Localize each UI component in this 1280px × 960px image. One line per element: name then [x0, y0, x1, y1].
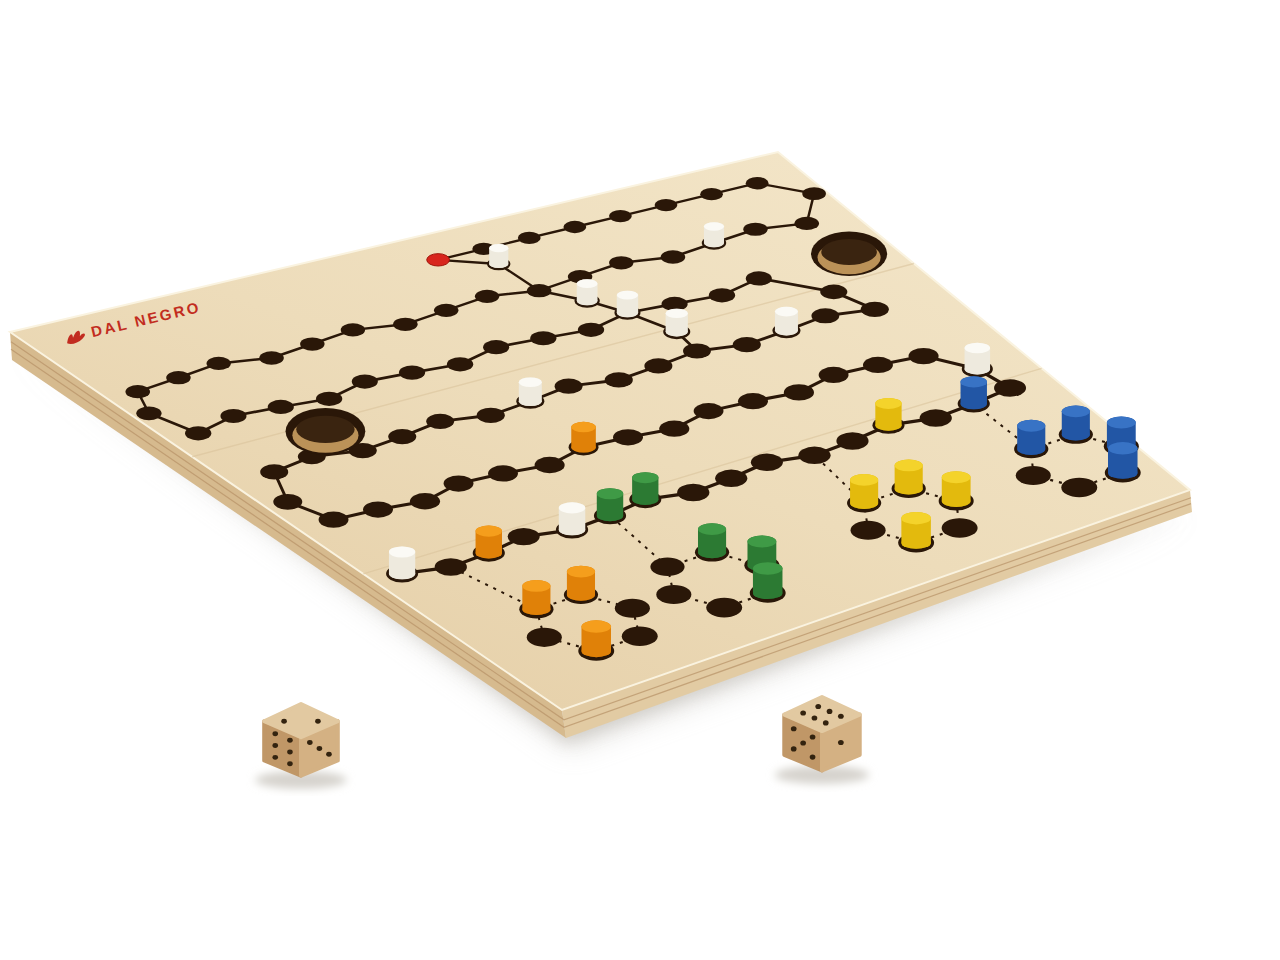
track-hole[interactable] — [709, 288, 735, 302]
peg-white-barricade[interactable] — [577, 279, 598, 305]
track-hole[interactable] — [435, 558, 467, 576]
die-pip — [317, 746, 323, 751]
die-pip — [281, 719, 287, 724]
die-pip — [287, 761, 293, 766]
track-hole[interactable] — [909, 348, 939, 364]
track-hole[interactable] — [316, 392, 342, 406]
blue-home-hole[interactable] — [1061, 478, 1097, 498]
peg-white-barricade[interactable] — [489, 244, 508, 268]
peg-blue[interactable] — [961, 376, 987, 409]
track-hole[interactable] — [743, 223, 767, 236]
peg-yellow[interactable] — [895, 460, 923, 495]
track-hole[interactable] — [535, 457, 565, 473]
track-hole[interactable] — [677, 484, 709, 502]
die-pip — [287, 750, 293, 755]
track-hole[interactable] — [426, 414, 454, 429]
track-hole[interactable] — [861, 302, 889, 317]
finger-hole — [286, 408, 366, 455]
track-hole[interactable] — [434, 304, 458, 317]
die-pip — [326, 752, 332, 757]
track-hole[interactable] — [715, 470, 747, 487]
peg-yellow[interactable] — [850, 474, 878, 509]
die-pip — [827, 709, 833, 714]
track-hole[interactable] — [488, 465, 518, 481]
track-hole[interactable] — [811, 308, 839, 323]
track-hole[interactable] — [444, 475, 474, 491]
track-hole[interactable] — [563, 221, 586, 233]
peg-yellow[interactable] — [942, 471, 971, 507]
track-hole[interactable] — [661, 250, 686, 263]
peg-white-barricade[interactable] — [666, 309, 688, 337]
die-pip — [272, 731, 278, 736]
track-hole[interactable] — [733, 337, 761, 352]
die-pip — [800, 710, 806, 715]
track-hole[interactable] — [268, 400, 294, 414]
track-hole[interactable] — [166, 371, 190, 384]
die-pip — [315, 719, 321, 724]
track-hole[interactable] — [920, 409, 952, 427]
track-hole[interactable] — [527, 284, 552, 297]
green-home-hole[interactable] — [650, 557, 684, 576]
track-hole[interactable] — [475, 290, 499, 303]
right-die[interactable] — [775, 697, 869, 784]
track-hole[interactable] — [802, 187, 826, 200]
track-hole[interactable] — [477, 408, 505, 423]
orange-home-hole[interactable] — [622, 626, 658, 646]
track-hole[interactable] — [508, 528, 540, 545]
track-hole[interactable] — [994, 379, 1026, 396]
track-hole[interactable] — [694, 403, 724, 419]
peg-white-barricade[interactable] — [965, 343, 991, 375]
track-hole[interactable] — [341, 323, 365, 336]
track-hole[interactable] — [399, 366, 425, 380]
track-hole[interactable] — [655, 199, 678, 211]
track-hole[interactable] — [794, 217, 819, 230]
track-hole[interactable] — [578, 323, 604, 337]
track-hole[interactable] — [125, 385, 150, 398]
peg-white-barricade[interactable] — [559, 502, 585, 535]
green-home-hole[interactable] — [706, 598, 742, 618]
die-pip — [838, 740, 844, 745]
product-photo-scene: DAL NEGRO — [0, 0, 1280, 960]
die-pip — [810, 755, 816, 760]
die-pip — [800, 740, 806, 745]
goal-hole-red[interactable] — [427, 254, 450, 266]
track-hole[interactable] — [352, 375, 378, 389]
track-hole[interactable] — [605, 372, 633, 387]
track-hole[interactable] — [483, 340, 509, 354]
board-photo-svg: DAL NEGRO — [0, 0, 1280, 960]
die-pip — [272, 743, 278, 748]
peg-white-barricade[interactable] — [519, 377, 542, 406]
left-die[interactable] — [255, 704, 347, 789]
track-hole[interactable] — [273, 494, 302, 510]
die-pip — [307, 740, 313, 745]
track-hole[interactable] — [751, 454, 783, 471]
track-hole[interactable] — [746, 271, 772, 285]
track-hole[interactable] — [530, 331, 556, 345]
die-pip — [823, 720, 829, 725]
track-hole[interactable] — [609, 256, 633, 269]
peg-orange[interactable] — [476, 526, 502, 559]
track-hole[interactable] — [784, 384, 814, 400]
peg-green[interactable] — [753, 562, 783, 599]
peg-green[interactable] — [698, 523, 726, 558]
track-hole[interactable] — [683, 343, 711, 358]
peg-yellow[interactable] — [901, 512, 931, 549]
orange-home-hole[interactable] — [615, 599, 650, 618]
track-hole[interactable] — [700, 188, 723, 200]
track-hole[interactable] — [447, 357, 473, 371]
peg-blue[interactable] — [1017, 420, 1045, 455]
peg-green[interactable] — [632, 472, 658, 505]
track-hole[interactable] — [300, 337, 324, 350]
peg-white-barricade[interactable] — [389, 546, 415, 579]
die-pip — [838, 714, 844, 719]
track-hole[interactable] — [659, 421, 689, 437]
track-hole[interactable] — [185, 426, 211, 440]
yellow-home-hole[interactable] — [851, 521, 886, 540]
track-hole[interactable] — [319, 512, 349, 528]
track-hole[interactable] — [863, 357, 893, 373]
die-pip — [815, 704, 821, 709]
peg-white-barricade[interactable] — [704, 222, 724, 247]
track-hole[interactable] — [798, 447, 830, 465]
track-hole[interactable] — [820, 284, 847, 299]
track-hole[interactable] — [207, 357, 231, 370]
track-hole[interactable] — [836, 432, 868, 449]
finger-hole — [811, 231, 887, 276]
track-hole[interactable] — [518, 232, 541, 244]
track-hole[interactable] — [388, 429, 416, 444]
die-pip — [272, 755, 278, 760]
die-pip — [791, 746, 797, 751]
die-pip — [791, 726, 797, 731]
green-home-hole[interactable] — [656, 585, 691, 604]
peg-orange[interactable] — [522, 580, 550, 615]
track-hole[interactable] — [393, 318, 418, 331]
track-hole[interactable] — [259, 351, 284, 364]
track-hole[interactable] — [644, 358, 672, 373]
peg-white-barricade[interactable] — [775, 307, 798, 336]
track-hole[interactable] — [609, 210, 632, 222]
die-pip — [810, 734, 816, 739]
peg-yellow[interactable] — [875, 398, 901, 431]
peg-green[interactable] — [597, 488, 623, 521]
yellow-home-hole[interactable] — [942, 518, 978, 538]
track-hole[interactable] — [613, 429, 643, 445]
track-hole[interactable] — [136, 406, 161, 420]
peg-blue[interactable] — [1108, 442, 1138, 479]
peg-orange[interactable] — [567, 566, 595, 601]
peg-orange[interactable] — [571, 422, 596, 453]
blue-home-hole[interactable] — [1016, 466, 1051, 485]
die-pip — [287, 738, 293, 743]
track-hole[interactable] — [363, 501, 393, 517]
peg-blue[interactable] — [1062, 405, 1090, 440]
peg-white-barricade[interactable] — [617, 291, 638, 318]
track-hole[interactable] — [738, 393, 768, 409]
orange-home-hole[interactable] — [527, 628, 562, 647]
die-pip — [812, 715, 818, 720]
track-hole[interactable] — [555, 379, 583, 394]
track-hole[interactable] — [260, 464, 288, 479]
track-hole[interactable] — [746, 177, 769, 189]
peg-orange[interactable] — [581, 620, 611, 657]
track-hole[interactable] — [220, 409, 246, 423]
track-hole[interactable] — [819, 367, 849, 383]
track-hole[interactable] — [410, 493, 440, 509]
